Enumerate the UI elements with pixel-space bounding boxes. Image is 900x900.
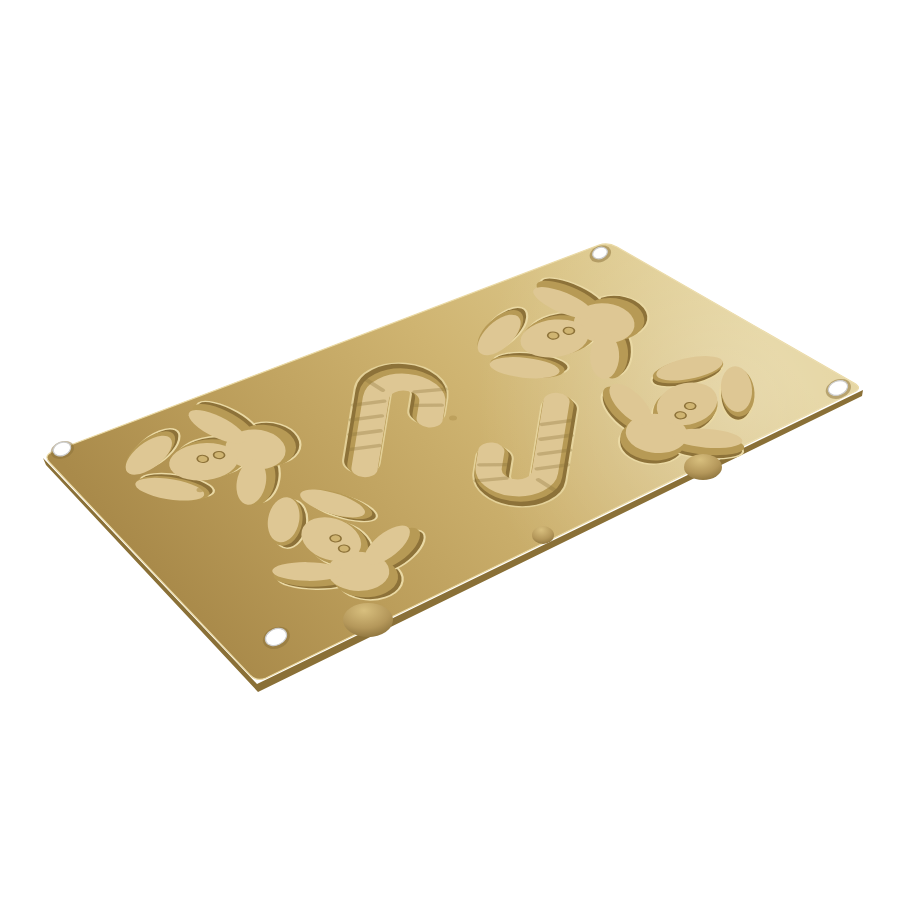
- baking-mold-photo: [0, 0, 900, 900]
- surface-speck: [449, 416, 457, 421]
- underside-bump-small: [532, 526, 554, 544]
- underside-bump-medium: [684, 454, 722, 480]
- surface-speck: [197, 488, 204, 492]
- product-photo-stage: [0, 0, 900, 900]
- underside-bump-large: [343, 603, 393, 637]
